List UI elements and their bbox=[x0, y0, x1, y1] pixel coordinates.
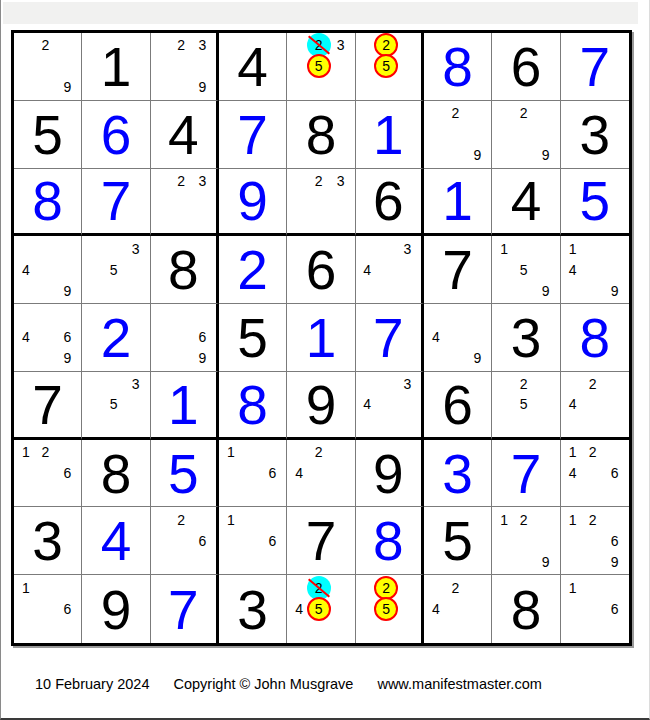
candidate-digit: 9 bbox=[198, 350, 206, 366]
cell-r4c5[interactable]: 6 bbox=[287, 236, 355, 304]
solved-digit: 1 bbox=[287, 304, 354, 371]
candidate-digit: 2 bbox=[520, 105, 528, 121]
cell-r7c2[interactable]: 8 bbox=[82, 440, 150, 508]
title-bar bbox=[3, 2, 638, 24]
candidate-digit: 5 bbox=[315, 601, 323, 617]
candidate-grid: 26 bbox=[153, 509, 214, 572]
candidate-digit: 6 bbox=[63, 465, 71, 481]
solved-digit: 2 bbox=[82, 304, 149, 371]
solved-digit: 8 bbox=[219, 372, 286, 437]
solved-digit: 8 bbox=[561, 304, 629, 371]
solved-digit: 3 bbox=[424, 440, 491, 507]
cell-r7c5[interactable]: 24 bbox=[287, 440, 355, 508]
candidate-digit: 9 bbox=[542, 554, 550, 570]
cell-r1c4[interactable]: 4 bbox=[219, 33, 287, 101]
given-digit: 4 bbox=[492, 169, 559, 234]
candidate-digit: 2 bbox=[589, 512, 597, 528]
candidate-digit: 2 bbox=[177, 512, 185, 528]
candidate-digit: 9 bbox=[542, 283, 550, 299]
candidate-grid: 239 bbox=[153, 35, 214, 98]
candidate-grid: 34 bbox=[358, 374, 419, 435]
given-digit: 6 bbox=[356, 169, 421, 234]
given-digit: 8 bbox=[287, 101, 354, 168]
cell-r2c6[interactable]: 1 bbox=[356, 101, 424, 169]
cell-r6c2[interactable]: 35 bbox=[82, 372, 150, 440]
candidate-digit: 1 bbox=[569, 580, 577, 596]
candidate-digit: 5 bbox=[382, 58, 390, 74]
cell-r2c7[interactable]: 29 bbox=[424, 101, 492, 169]
cell-r8c4[interactable]: 16 bbox=[219, 507, 287, 575]
cell-r1c1[interactable]: 29 bbox=[14, 33, 82, 101]
given-digit: 6 bbox=[424, 372, 491, 437]
cell-r6c7[interactable]: 6 bbox=[424, 372, 492, 440]
solved-digit: 9 bbox=[219, 169, 286, 234]
candidate-digit: 6 bbox=[63, 329, 71, 345]
candidate-digit: 4 bbox=[569, 262, 577, 278]
cell-r1c3[interactable]: 239 bbox=[151, 33, 219, 101]
cell-r7c7[interactable]: 3 bbox=[424, 440, 492, 508]
candidate-grid: 29 bbox=[426, 103, 489, 166]
cell-r7c9[interactable]: 1246 bbox=[561, 440, 629, 508]
candidate-digit: 5 bbox=[110, 262, 118, 278]
candidate-digit: 4 bbox=[569, 465, 577, 481]
candidate-digit: 9 bbox=[542, 147, 550, 163]
candidate-grid: 34 bbox=[358, 238, 419, 301]
cell-r9c2[interactable]: 9 bbox=[82, 575, 150, 643]
solved-digit: 1 bbox=[151, 372, 216, 437]
cell-r2c8[interactable]: 29 bbox=[492, 101, 560, 169]
given-digit: 9 bbox=[287, 372, 354, 437]
candidate-grid: 49 bbox=[16, 238, 79, 301]
candidate-digit: 2 bbox=[520, 512, 528, 528]
candidate-digit: 6 bbox=[63, 601, 71, 617]
cell-r5c6[interactable]: 7 bbox=[356, 304, 424, 372]
cell-r1c2[interactable]: 1 bbox=[82, 33, 150, 101]
candidate-digit: 4 bbox=[22, 329, 30, 345]
candidate-grid: 1246 bbox=[563, 442, 627, 505]
solved-digit: 4 bbox=[82, 507, 149, 574]
cell-r8c6[interactable]: 8 bbox=[356, 507, 424, 575]
cell-r4c4[interactable]: 2 bbox=[219, 236, 287, 304]
given-digit: 3 bbox=[492, 304, 559, 371]
cell-r9c3[interactable]: 7 bbox=[151, 575, 219, 643]
solved-digit: 1 bbox=[356, 101, 421, 168]
candidate-digit: 9 bbox=[63, 79, 71, 95]
candidate-digit: 4 bbox=[22, 262, 30, 278]
cell-r8c2[interactable]: 4 bbox=[82, 507, 150, 575]
cell-r6c4[interactable]: 8 bbox=[219, 372, 287, 440]
candidate-digit: 2 bbox=[589, 376, 597, 392]
candidate-grid: 25 bbox=[358, 35, 419, 98]
cell-r5c9[interactable]: 8 bbox=[561, 304, 629, 372]
candidate-grid: 159 bbox=[494, 238, 557, 301]
candidate-grid: 149 bbox=[563, 238, 627, 301]
given-digit: 8 bbox=[151, 236, 216, 303]
candidate-grid: 16 bbox=[221, 442, 284, 505]
candidate-digit: 1 bbox=[500, 512, 508, 528]
candidate-digit: 2 bbox=[177, 173, 185, 189]
cell-r9c8[interactable]: 8 bbox=[492, 575, 560, 643]
candidate-digit: 9 bbox=[63, 283, 71, 299]
candidate-grid: 23 bbox=[153, 171, 214, 232]
candidate-digit: 2 bbox=[382, 580, 390, 596]
candidate-grid: 69 bbox=[153, 306, 214, 369]
candidate-grid: 1269 bbox=[563, 509, 627, 572]
solved-digit: 7 bbox=[356, 304, 421, 371]
candidate-digit: 3 bbox=[403, 376, 411, 392]
cell-r3c8[interactable]: 4 bbox=[492, 169, 560, 237]
cell-r2c2[interactable]: 6 bbox=[82, 101, 150, 169]
candidate-digit: 6 bbox=[198, 533, 206, 549]
solved-digit: 8 bbox=[14, 169, 81, 234]
candidate-digit: 2 bbox=[382, 37, 390, 53]
cell-r4c1[interactable]: 49 bbox=[14, 236, 82, 304]
given-digit: 5 bbox=[219, 304, 286, 371]
cell-r7c4[interactable]: 16 bbox=[219, 440, 287, 508]
candidate-grid: 24 bbox=[426, 577, 489, 641]
candidate-digit: 1 bbox=[500, 241, 508, 257]
given-digit: 5 bbox=[14, 101, 81, 168]
given-digit: 8 bbox=[82, 440, 149, 507]
candidate-digit: 2 bbox=[42, 37, 50, 53]
candidate-digit: 2 bbox=[452, 580, 460, 596]
given-digit: 6 bbox=[492, 33, 559, 100]
cell-r8c7[interactable]: 5 bbox=[424, 507, 492, 575]
solved-digit: 6 bbox=[82, 101, 149, 168]
cell-r1c7[interactable]: 8 bbox=[424, 33, 492, 101]
cell-r7c1[interactable]: 126 bbox=[14, 440, 82, 508]
cell-r1c9[interactable]: 7 bbox=[561, 33, 629, 101]
candidate-digit: 5 bbox=[520, 262, 528, 278]
candidate-digit: 5 bbox=[382, 601, 390, 617]
cell-r8c3[interactable]: 26 bbox=[151, 507, 219, 575]
cell-r2c3[interactable]: 4 bbox=[151, 101, 219, 169]
given-digit: 3 bbox=[14, 507, 81, 574]
given-digit: 4 bbox=[219, 33, 286, 100]
cell-r3c2[interactable]: 7 bbox=[82, 169, 150, 237]
candidate-digit: 5 bbox=[315, 58, 323, 74]
cell-r7c8[interactable]: 7 bbox=[492, 440, 560, 508]
page: 2912394235258675647812929387239236145493… bbox=[0, 0, 650, 720]
candidate-digit: 5 bbox=[520, 396, 528, 412]
given-digit: 5 bbox=[424, 507, 491, 574]
cell-r6c9[interactable]: 24 bbox=[561, 372, 629, 440]
candidate-digit: 3 bbox=[337, 173, 345, 189]
candidate-digit: 4 bbox=[363, 262, 371, 278]
candidate-grid: 25 bbox=[358, 577, 419, 641]
solved-digit: 7 bbox=[492, 440, 559, 507]
candidate-digit: 6 bbox=[611, 465, 619, 481]
cell-r6c8[interactable]: 25 bbox=[492, 372, 560, 440]
candidate-digit: 1 bbox=[227, 512, 235, 528]
candidate-digit: 2 bbox=[315, 173, 323, 189]
solved-digit: 7 bbox=[82, 169, 149, 234]
cell-r9c6[interactable]: 25 bbox=[356, 575, 424, 643]
sudoku-board: 2912394235258675647812929387239236145493… bbox=[11, 30, 632, 646]
cell-r4c8[interactable]: 159 bbox=[492, 236, 560, 304]
solved-digit: 5 bbox=[561, 169, 629, 234]
candidate-grid: 35 bbox=[84, 374, 147, 435]
solved-digit: 7 bbox=[561, 33, 629, 100]
solved-digit: 7 bbox=[151, 575, 216, 643]
candidate-digit: 9 bbox=[611, 283, 619, 299]
cell-r9c9[interactable]: 16 bbox=[561, 575, 629, 643]
cell-r2c9[interactable]: 3 bbox=[561, 101, 629, 169]
cell-r1c5[interactable]: 235 bbox=[287, 33, 355, 101]
cell-r3c3[interactable]: 23 bbox=[151, 169, 219, 237]
candidate-grid: 126 bbox=[16, 442, 79, 505]
cell-r5c1[interactable]: 469 bbox=[14, 304, 82, 372]
candidate-digit: 4 bbox=[363, 396, 371, 412]
cell-r1c6[interactable]: 25 bbox=[356, 33, 424, 101]
footer-copyright: Copyright © John Musgrave bbox=[173, 676, 353, 692]
cell-r9c5[interactable]: 245 bbox=[287, 575, 355, 643]
candidate-digit: 6 bbox=[268, 465, 276, 481]
candidate-digit: 3 bbox=[132, 376, 140, 392]
given-digit: 3 bbox=[561, 101, 629, 168]
cell-r6c3[interactable]: 1 bbox=[151, 372, 219, 440]
candidate-digit: 1 bbox=[569, 241, 577, 257]
candidate-grid: 25 bbox=[494, 374, 557, 435]
candidate-digit: 9 bbox=[198, 79, 206, 95]
solved-digit: 7 bbox=[219, 101, 286, 168]
candidate-grid: 29 bbox=[494, 103, 557, 166]
candidate-digit: 4 bbox=[569, 396, 577, 412]
candidate-grid: 24 bbox=[563, 374, 627, 435]
cell-r3c6[interactable]: 6 bbox=[356, 169, 424, 237]
candidate-digit: 1 bbox=[22, 580, 30, 596]
candidate-digit: 4 bbox=[295, 601, 303, 617]
cell-r8c1[interactable]: 3 bbox=[14, 507, 82, 575]
cell-r3c9[interactable]: 5 bbox=[561, 169, 629, 237]
footer-website: www.manifestmaster.com bbox=[377, 676, 541, 692]
given-digit: 3 bbox=[219, 575, 286, 643]
cell-r5c5[interactable]: 1 bbox=[287, 304, 355, 372]
candidate-digit: 2 bbox=[452, 105, 460, 121]
solved-digit: 1 bbox=[424, 169, 491, 234]
cell-r5c4[interactable]: 5 bbox=[219, 304, 287, 372]
solved-digit: 8 bbox=[424, 33, 491, 100]
cell-r5c2[interactable]: 2 bbox=[82, 304, 150, 372]
candidate-grid: 16 bbox=[563, 577, 627, 641]
candidate-grid: 49 bbox=[426, 306, 489, 369]
candidate-digit: 5 bbox=[110, 396, 118, 412]
candidate-digit: 9 bbox=[473, 147, 481, 163]
given-digit: 7 bbox=[287, 507, 354, 574]
cell-r2c1[interactable]: 5 bbox=[14, 101, 82, 169]
cell-r4c7[interactable]: 7 bbox=[424, 236, 492, 304]
given-digit: 8 bbox=[492, 575, 559, 643]
cell-r8c8[interactable]: 129 bbox=[492, 507, 560, 575]
candidate-grid: 29 bbox=[16, 35, 79, 98]
cell-r2c4[interactable]: 7 bbox=[219, 101, 287, 169]
cell-r6c5[interactable]: 9 bbox=[287, 372, 355, 440]
candidate-digit: 3 bbox=[132, 241, 140, 257]
candidate-digit: 6 bbox=[268, 533, 276, 549]
cell-r4c2[interactable]: 35 bbox=[82, 236, 150, 304]
candidate-digit: 1 bbox=[22, 444, 30, 460]
given-digit: 7 bbox=[424, 236, 491, 303]
solved-digit: 8 bbox=[356, 507, 421, 574]
cell-r4c6[interactable]: 34 bbox=[356, 236, 424, 304]
cell-r9c4[interactable]: 3 bbox=[219, 575, 287, 643]
solved-digit: 2 bbox=[219, 236, 286, 303]
candidate-digit: 3 bbox=[403, 241, 411, 257]
cell-r5c7[interactable]: 49 bbox=[424, 304, 492, 372]
candidate-grid: 16 bbox=[221, 509, 284, 572]
candidate-digit: 4 bbox=[432, 329, 440, 345]
cell-r6c6[interactable]: 34 bbox=[356, 372, 424, 440]
candidate-digit: 9 bbox=[611, 554, 619, 570]
candidate-digit: 9 bbox=[473, 350, 481, 366]
given-digit: 4 bbox=[151, 101, 216, 168]
candidate-digit: 3 bbox=[337, 37, 345, 53]
candidate-grid: 35 bbox=[84, 238, 147, 301]
candidate-grid: 129 bbox=[494, 509, 557, 572]
cell-r9c1[interactable]: 16 bbox=[14, 575, 82, 643]
cell-r2c5[interactable]: 8 bbox=[287, 101, 355, 169]
cell-r7c3[interactable]: 5 bbox=[151, 440, 219, 508]
candidate-digit: 6 bbox=[611, 533, 619, 549]
candidate-digit: 2 bbox=[42, 444, 50, 460]
cell-r8c5[interactable]: 7 bbox=[287, 507, 355, 575]
candidate-grid: 469 bbox=[16, 306, 79, 369]
given-digit: 9 bbox=[356, 440, 421, 507]
cell-r3c4[interactable]: 9 bbox=[219, 169, 287, 237]
candidate-digit: 1 bbox=[569, 512, 577, 528]
cell-r4c9[interactable]: 149 bbox=[561, 236, 629, 304]
candidate-grid: 16 bbox=[16, 577, 79, 641]
cell-r9c7[interactable]: 24 bbox=[424, 575, 492, 643]
candidate-digit: 6 bbox=[198, 329, 206, 345]
footer: 10 February 2024 Copyright © John Musgra… bbox=[35, 676, 542, 692]
solved-digit: 5 bbox=[151, 440, 216, 507]
candidate-digit: 2 bbox=[520, 376, 528, 392]
candidate-grid: 245 bbox=[289, 577, 352, 641]
cell-r6c1[interactable]: 7 bbox=[14, 372, 82, 440]
cell-r3c7[interactable]: 1 bbox=[424, 169, 492, 237]
candidate-digit: 6 bbox=[611, 601, 619, 617]
candidate-grid: 235 bbox=[289, 35, 352, 98]
candidate-digit: 1 bbox=[569, 444, 577, 460]
candidate-digit: 3 bbox=[198, 173, 206, 189]
candidate-digit: 2 bbox=[589, 444, 597, 460]
cell-r4c3[interactable]: 8 bbox=[151, 236, 219, 304]
cell-r1c8[interactable]: 6 bbox=[492, 33, 560, 101]
candidate-digit: 9 bbox=[63, 350, 71, 366]
given-digit: 9 bbox=[82, 575, 149, 643]
candidate-digit: 3 bbox=[198, 37, 206, 53]
given-digit: 1 bbox=[82, 33, 149, 100]
candidate-digit: 1 bbox=[227, 444, 235, 460]
candidate-digit: 4 bbox=[295, 465, 303, 481]
candidate-digit: 4 bbox=[432, 601, 440, 617]
cell-r3c5[interactable]: 23 bbox=[287, 169, 355, 237]
cell-r8c9[interactable]: 1269 bbox=[561, 507, 629, 575]
candidate-digit: 2 bbox=[177, 37, 185, 53]
candidate-digit: 2 bbox=[315, 444, 323, 460]
cell-r5c8[interactable]: 3 bbox=[492, 304, 560, 372]
given-digit: 6 bbox=[287, 236, 354, 303]
footer-date: 10 February 2024 bbox=[35, 676, 149, 692]
cell-r7c6[interactable]: 9 bbox=[356, 440, 424, 508]
cell-r3c1[interactable]: 8 bbox=[14, 169, 82, 237]
candidate-grid: 24 bbox=[289, 442, 352, 505]
candidate-grid: 23 bbox=[289, 171, 352, 232]
cell-r5c3[interactable]: 69 bbox=[151, 304, 219, 372]
given-digit: 7 bbox=[14, 372, 81, 437]
